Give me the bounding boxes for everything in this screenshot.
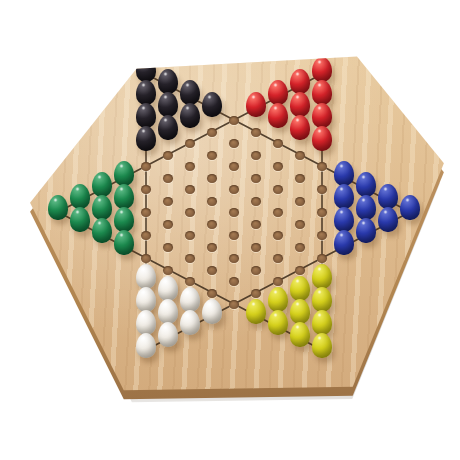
board-hole[interactable] xyxy=(317,254,327,263)
board-hole[interactable] xyxy=(185,208,195,217)
peg-green[interactable] xyxy=(114,207,134,232)
chinese-checkers-photo xyxy=(0,0,460,460)
peg-blue[interactable] xyxy=(334,207,354,232)
peg-blue[interactable] xyxy=(400,195,420,220)
peg-green[interactable] xyxy=(70,184,90,209)
peg-white[interactable] xyxy=(136,310,156,335)
board-hole[interactable] xyxy=(185,185,195,194)
board-hole[interactable] xyxy=(251,174,261,183)
peg-black[interactable] xyxy=(136,80,156,105)
peg-black[interactable] xyxy=(202,92,222,117)
peg-red[interactable] xyxy=(290,69,310,94)
board-hole[interactable] xyxy=(163,151,173,160)
peg-yellow[interactable] xyxy=(268,287,288,312)
board-hole[interactable] xyxy=(207,128,217,137)
board-hole[interactable] xyxy=(207,220,217,229)
board-hole[interactable] xyxy=(207,174,217,183)
board-hole[interactable] xyxy=(163,197,173,206)
peg-white[interactable] xyxy=(180,287,200,312)
board-hole[interactable] xyxy=(229,208,239,217)
board-hole[interactable] xyxy=(273,185,283,194)
board-hole[interactable] xyxy=(295,243,305,252)
board-hole[interactable] xyxy=(207,197,217,206)
board-hole[interactable] xyxy=(273,162,283,171)
peg-white[interactable] xyxy=(136,264,156,289)
board-hole[interactable] xyxy=(141,208,151,217)
board-hole[interactable] xyxy=(185,162,195,171)
board-hole[interactable] xyxy=(273,277,283,286)
peg-green[interactable] xyxy=(92,195,112,220)
peg-white[interactable] xyxy=(136,333,156,358)
peg-yellow[interactable] xyxy=(312,310,332,335)
peg-blue[interactable] xyxy=(356,172,376,197)
board-hole[interactable] xyxy=(207,243,217,252)
peg-white[interactable] xyxy=(158,322,178,347)
peg-blue[interactable] xyxy=(334,230,354,255)
board-hole[interactable] xyxy=(273,254,283,263)
board-hole[interactable] xyxy=(251,243,261,252)
peg-green[interactable] xyxy=(48,195,68,220)
board-hole[interactable] xyxy=(251,289,261,298)
board-hole[interactable] xyxy=(295,266,305,275)
board-hole[interactable] xyxy=(163,266,173,275)
board-hole[interactable] xyxy=(295,151,305,160)
peg-white[interactable] xyxy=(136,287,156,312)
board-hole[interactable] xyxy=(295,197,305,206)
board-hole[interactable] xyxy=(163,243,173,252)
board-hole[interactable] xyxy=(185,254,195,263)
board-hole[interactable] xyxy=(185,139,195,148)
peg-blue[interactable] xyxy=(378,207,398,232)
board-hole[interactable] xyxy=(273,231,283,240)
board-hole[interactable] xyxy=(295,174,305,183)
board-hole[interactable] xyxy=(295,220,305,229)
peg-yellow[interactable] xyxy=(290,299,310,324)
peg-black[interactable] xyxy=(158,69,178,94)
peg-blue[interactable] xyxy=(378,184,398,209)
board-hole[interactable] xyxy=(229,254,239,263)
peg-white[interactable] xyxy=(158,276,178,301)
board-hole[interactable] xyxy=(141,185,151,194)
board-hole[interactable] xyxy=(251,151,261,160)
board-hole[interactable] xyxy=(251,128,261,137)
board-hole[interactable] xyxy=(229,277,239,286)
board-hole[interactable] xyxy=(273,208,283,217)
board-hole[interactable] xyxy=(207,289,217,298)
peg-red[interactable] xyxy=(312,126,332,151)
peg-black[interactable] xyxy=(180,103,200,128)
board-hole[interactable] xyxy=(317,185,327,194)
peg-red[interactable] xyxy=(312,80,332,105)
board-hole[interactable] xyxy=(229,116,239,125)
peg-red[interactable] xyxy=(290,115,310,140)
board-hole[interactable] xyxy=(229,231,239,240)
peg-red[interactable] xyxy=(290,92,310,117)
peg-red[interactable] xyxy=(246,92,266,117)
board-hole[interactable] xyxy=(251,266,261,275)
board-hole[interactable] xyxy=(229,162,239,171)
board-hole[interactable] xyxy=(141,231,151,240)
peg-black[interactable] xyxy=(158,115,178,140)
peg-white[interactable] xyxy=(180,310,200,335)
peg-red[interactable] xyxy=(268,103,288,128)
peg-blue[interactable] xyxy=(334,184,354,209)
board-hole[interactable] xyxy=(317,208,327,217)
peg-blue[interactable] xyxy=(334,161,354,186)
peg-blue[interactable] xyxy=(356,218,376,243)
peg-black[interactable] xyxy=(180,80,200,105)
peg-white[interactable] xyxy=(202,299,222,324)
board-hole[interactable] xyxy=(207,266,217,275)
peg-black[interactable] xyxy=(136,126,156,151)
peg-black[interactable] xyxy=(136,57,156,82)
peg-yellow[interactable] xyxy=(246,299,266,324)
peg-yellow[interactable] xyxy=(312,287,332,312)
board-hole[interactable] xyxy=(229,139,239,148)
board-hole[interactable] xyxy=(185,277,195,286)
peg-green[interactable] xyxy=(92,218,112,243)
peg-yellow[interactable] xyxy=(290,322,310,347)
board-hole[interactable] xyxy=(251,220,261,229)
board-hole[interactable] xyxy=(141,162,151,171)
peg-green[interactable] xyxy=(114,161,134,186)
board-hole[interactable] xyxy=(229,185,239,194)
board-hole[interactable] xyxy=(251,197,261,206)
board-hole[interactable] xyxy=(163,174,173,183)
peg-black[interactable] xyxy=(136,103,156,128)
peg-red[interactable] xyxy=(312,57,332,82)
peg-yellow[interactable] xyxy=(312,264,332,289)
peg-red[interactable] xyxy=(268,80,288,105)
board-hole[interactable] xyxy=(207,151,217,160)
peg-yellow[interactable] xyxy=(312,333,332,358)
peg-white[interactable] xyxy=(158,299,178,324)
peg-blue[interactable] xyxy=(356,195,376,220)
peg-green[interactable] xyxy=(70,207,90,232)
board-hole[interactable] xyxy=(141,254,151,263)
board-hole[interactable] xyxy=(273,139,283,148)
peg-black[interactable] xyxy=(158,92,178,117)
chinese-checkers-board xyxy=(22,48,446,392)
peg-green[interactable] xyxy=(92,172,112,197)
peg-green[interactable] xyxy=(114,184,134,209)
peg-red[interactable] xyxy=(312,103,332,128)
peg-green[interactable] xyxy=(114,230,134,255)
board-hole[interactable] xyxy=(163,220,173,229)
peg-yellow[interactable] xyxy=(290,276,310,301)
peg-yellow[interactable] xyxy=(268,310,288,335)
board-hole[interactable] xyxy=(317,162,327,171)
board-hole[interactable] xyxy=(229,300,239,309)
board-hole[interactable] xyxy=(185,231,195,240)
board-hole[interactable] xyxy=(317,231,327,240)
